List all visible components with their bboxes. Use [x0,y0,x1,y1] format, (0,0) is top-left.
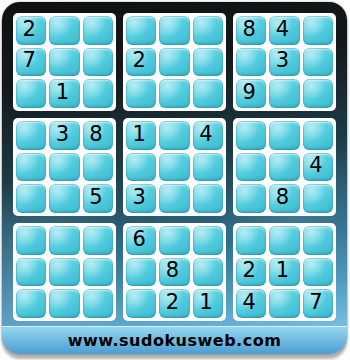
given-digit: 1 [132,124,145,145]
given-digit: 4 [309,155,322,176]
cell-r8c5[interactable]: 8 [159,258,189,287]
cell-r9c6[interactable]: 1 [193,289,223,318]
cell-r6c3[interactable]: 5 [83,184,113,213]
cell-r4c5[interactable] [159,121,189,150]
cell-r9c2[interactable] [49,289,79,318]
given-digit: 3 [132,187,145,208]
cell-r8c8[interactable]: 1 [269,258,299,287]
cell-r9c1[interactable] [16,289,46,318]
box-1-1: 271 [13,13,116,111]
given-digit: 3 [276,50,289,71]
box-2-3: 48 [233,118,336,216]
cell-r8c7[interactable]: 2 [236,258,266,287]
cell-r2c3[interactable] [83,48,113,77]
cell-r1c8[interactable]: 4 [269,16,299,45]
cell-r2c4[interactable]: 2 [126,48,156,77]
cell-r2c6[interactable] [193,48,223,77]
box-2-1: 385 [13,118,116,216]
cell-r5c5[interactable] [159,153,189,182]
cell-r9c4[interactable] [126,289,156,318]
cell-r7c8[interactable] [269,226,299,255]
cell-r5c2[interactable] [49,153,79,182]
cell-r2c9[interactable] [303,48,333,77]
given-digit: 7 [22,50,35,71]
cell-r7c6[interactable] [193,226,223,255]
cell-r5c9[interactable]: 4 [303,153,333,182]
cell-r1c6[interactable] [193,16,223,45]
cell-r5c4[interactable] [126,153,156,182]
cell-r3c4[interactable] [126,79,156,108]
cell-r6c5[interactable] [159,184,189,213]
cell-r6c8[interactable]: 8 [269,184,299,213]
cell-r5c7[interactable] [236,153,266,182]
cell-r1c5[interactable] [159,16,189,45]
cell-r4c9[interactable] [303,121,333,150]
sudoku-grid: 271284393851434868212147 [13,13,336,321]
cell-r7c2[interactable] [49,226,79,255]
cell-r7c7[interactable] [236,226,266,255]
given-digit: 1 [199,292,212,313]
cell-r7c5[interactable] [159,226,189,255]
cell-r6c6[interactable] [193,184,223,213]
given-digit: 8 [89,124,102,145]
cell-r7c1[interactable] [16,226,46,255]
cell-r3c2[interactable]: 1 [49,79,79,108]
box-3-3: 2147 [233,223,336,321]
box-2-2: 143 [123,118,226,216]
cell-r3c8[interactable] [269,79,299,108]
cell-r6c2[interactable] [49,184,79,213]
cell-r4c1[interactable] [16,121,46,150]
given-digit: 4 [242,292,255,313]
cell-r8c4[interactable] [126,258,156,287]
cell-r3c9[interactable] [303,79,333,108]
cell-r9c5[interactable]: 2 [159,289,189,318]
cell-r1c2[interactable] [49,16,79,45]
footer-band: www.sudokusweb.com [2,326,347,354]
box-1-3: 8439 [233,13,336,111]
given-digit: 1 [276,260,289,281]
cell-r3c6[interactable] [193,79,223,108]
cell-r3c5[interactable] [159,79,189,108]
cell-r3c1[interactable] [16,79,46,108]
cell-r1c3[interactable] [83,16,113,45]
cell-r4c4[interactable]: 1 [126,121,156,150]
cell-r5c3[interactable] [83,153,113,182]
cell-r7c3[interactable] [83,226,113,255]
given-digit: 8 [276,187,289,208]
cell-r1c4[interactable] [126,16,156,45]
cell-r6c7[interactable] [236,184,266,213]
box-3-2: 6821 [123,223,226,321]
cell-r2c1[interactable]: 7 [16,48,46,77]
cell-r6c9[interactable] [303,184,333,213]
cell-r9c3[interactable] [83,289,113,318]
given-digit: 6 [132,229,145,250]
given-digit: 5 [89,187,102,208]
given-digit: 2 [242,260,255,281]
given-digit: 1 [56,82,69,103]
cell-r1c1[interactable]: 2 [16,16,46,45]
box-1-2: 2 [123,13,226,111]
cell-r4c3[interactable]: 8 [83,121,113,150]
cell-r5c6[interactable] [193,153,223,182]
given-digit: 7 [309,292,322,313]
cell-r2c8[interactable]: 3 [269,48,299,77]
given-digit: 2 [22,19,35,40]
cell-r7c9[interactable] [303,226,333,255]
given-digit: 3 [56,124,69,145]
cell-r4c2[interactable]: 3 [49,121,79,150]
cell-r1c7[interactable]: 8 [236,16,266,45]
cell-r4c7[interactable] [236,121,266,150]
cell-r9c7[interactable]: 4 [236,289,266,318]
cell-r8c3[interactable] [83,258,113,287]
cell-r2c7[interactable] [236,48,266,77]
cell-r3c7[interactable]: 9 [236,79,266,108]
cell-r6c1[interactable] [16,184,46,213]
box-3-1 [13,223,116,321]
cell-r1c9[interactable] [303,16,333,45]
cell-r5c1[interactable] [16,153,46,182]
cell-r8c9[interactable] [303,258,333,287]
cell-r4c8[interactable] [269,121,299,150]
cell-r3c3[interactable] [83,79,113,108]
cell-r5c8[interactable] [269,153,299,182]
given-digit: 4 [199,124,212,145]
cell-r8c1[interactable] [16,258,46,287]
cell-r6c4[interactable]: 3 [126,184,156,213]
cell-r2c2[interactable] [49,48,79,77]
cell-r2c5[interactable] [159,48,189,77]
cell-r9c9[interactable]: 7 [303,289,333,318]
cell-r9c8[interactable] [269,289,299,318]
cell-r8c2[interactable] [49,258,79,287]
given-digit: 9 [242,82,255,103]
given-digit: 8 [242,19,255,40]
cell-r4c6[interactable]: 4 [193,121,223,150]
given-digit: 2 [166,292,179,313]
cell-r8c6[interactable] [193,258,223,287]
given-digit: 8 [166,260,179,281]
given-digit: 2 [132,50,145,71]
site-link[interactable]: www.sudokusweb.com [68,331,282,350]
cell-r7c4[interactable]: 6 [126,226,156,255]
sudoku-board: 271284393851434868212147 www.sudokusweb.… [2,2,347,354]
given-digit: 4 [276,19,289,40]
